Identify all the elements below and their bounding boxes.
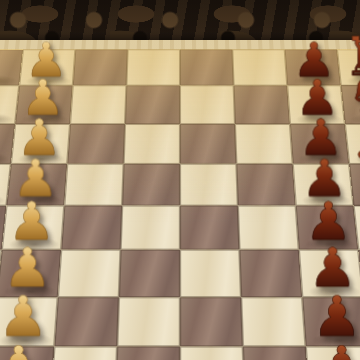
square-f7[interactable] (234, 86, 290, 124)
square-c7[interactable] (70, 86, 126, 124)
square-e3[interactable] (180, 250, 241, 297)
square-e4[interactable] (180, 206, 239, 250)
square-c6[interactable] (67, 124, 125, 164)
square-d1[interactable] (115, 346, 180, 360)
square-c8[interactable] (73, 50, 128, 86)
square-e7[interactable] (180, 86, 235, 124)
square-g1[interactable]: ♟ (306, 346, 360, 360)
square-c5[interactable] (64, 164, 123, 206)
board: ♜♟♟♜♞♟♟♞♝♟♟♝♛♟♟♛♚♟♟♚♝♟♟♝♞♟♟♞♜♟♟♜ (0, 50, 360, 360)
square-f4[interactable] (238, 206, 299, 250)
square-f6[interactable] (235, 124, 293, 164)
square-e6[interactable] (180, 124, 236, 164)
square-d3[interactable] (119, 250, 180, 297)
square-d2[interactable] (117, 297, 180, 346)
square-b1[interactable]: ♟ (0, 346, 54, 360)
square-d8[interactable] (126, 50, 180, 86)
square-f2[interactable] (241, 297, 306, 346)
board-frame: ♜♟♟♜♞♟♟♞♝♟♟♝♛♟♟♛♚♟♟♚♝♟♟♝♞♟♟♞♜♟♟♜ (0, 40, 360, 360)
square-e2[interactable] (180, 297, 243, 346)
chessboard-photo: ♜♟♟♜♞♟♟♞♝♟♟♝♛♟♟♛♚♟♟♚♝♟♟♝♞♟♟♞♜♟♟♜ (0, 0, 360, 360)
square-d6[interactable] (124, 124, 180, 164)
square-f1[interactable] (243, 346, 310, 360)
square-f5[interactable] (236, 164, 295, 206)
piece-white-pawn[interactable]: ♟ (0, 339, 44, 360)
square-e8[interactable] (180, 50, 234, 86)
square-f3[interactable] (239, 250, 302, 297)
square-e1[interactable] (180, 346, 245, 360)
square-f8[interactable] (232, 50, 287, 86)
square-d4[interactable] (121, 206, 180, 250)
square-c3[interactable] (58, 250, 121, 297)
square-c1[interactable] (51, 346, 118, 360)
square-c4[interactable] (61, 206, 122, 250)
square-d7[interactable] (125, 86, 180, 124)
square-c2[interactable] (54, 297, 119, 346)
piece-red-pawn[interactable]: ♟ (316, 339, 360, 360)
square-d5[interactable] (122, 164, 180, 206)
board-scene: ♜♟♟♜♞♟♟♞♝♟♟♝♛♟♟♛♚♟♟♚♝♟♟♝♞♟♟♞♜♟♟♜ (0, 0, 360, 360)
square-e5[interactable] (180, 164, 238, 206)
